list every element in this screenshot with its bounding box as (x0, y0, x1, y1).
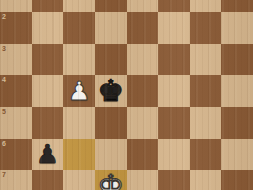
square-e4[interactable]: ♚ (95, 75, 127, 107)
square-d6[interactable] (127, 139, 159, 171)
square-e7[interactable]: ♚ (95, 170, 127, 190)
square-h3[interactable]: 3 (0, 44, 32, 76)
square-c5[interactable] (158, 107, 190, 139)
square-e1[interactable] (95, 0, 127, 12)
square-e2[interactable] (95, 12, 127, 44)
black-king[interactable]: ♚ (97, 76, 124, 106)
square-g7[interactable] (32, 170, 64, 190)
square-d7[interactable] (127, 170, 159, 190)
square-f5[interactable] (63, 107, 95, 139)
square-h4[interactable]: 4 (0, 75, 32, 107)
square-c1[interactable] (158, 0, 190, 12)
square-f2[interactable] (63, 12, 95, 44)
square-h2[interactable]: 2 (0, 12, 32, 44)
square-h5[interactable]: 5 (0, 107, 32, 139)
square-g3[interactable] (32, 44, 64, 76)
square-e6[interactable] (95, 139, 127, 171)
square-g5[interactable] (32, 107, 64, 139)
square-c4[interactable] (158, 75, 190, 107)
square-b4[interactable] (190, 75, 222, 107)
square-b5[interactable] (190, 107, 222, 139)
square-f6[interactable] (63, 139, 95, 171)
square-c6[interactable] (158, 139, 190, 171)
rank-label-4: 4 (2, 76, 6, 83)
square-d1[interactable] (127, 0, 159, 12)
square-f1[interactable] (63, 0, 95, 12)
square-d3[interactable] (127, 44, 159, 76)
square-b6[interactable] (190, 139, 222, 171)
square-e5[interactable] (95, 107, 127, 139)
square-f4[interactable]: ♟ (63, 75, 95, 107)
board-viewport: 234♟♚56♟7♚ (0, 0, 253, 190)
square-a5[interactable] (221, 107, 253, 139)
rank-label-3: 3 (2, 45, 6, 52)
square-d5[interactable] (127, 107, 159, 139)
square-g2[interactable] (32, 12, 64, 44)
square-b2[interactable] (190, 12, 222, 44)
square-c3[interactable] (158, 44, 190, 76)
square-b1[interactable] (190, 0, 222, 12)
square-a4[interactable] (221, 75, 253, 107)
square-a6[interactable] (221, 139, 253, 171)
square-f7[interactable] (63, 170, 95, 190)
square-a7[interactable] (221, 170, 253, 190)
square-h6[interactable]: 6 (0, 139, 32, 171)
rank-label-2: 2 (2, 13, 6, 20)
rank-label-6: 6 (2, 140, 6, 147)
square-d4[interactable] (127, 75, 159, 107)
square-f3[interactable] (63, 44, 95, 76)
square-h1[interactable] (0, 0, 32, 12)
square-g6[interactable]: ♟ (32, 139, 64, 171)
white-king[interactable]: ♚ (97, 170, 124, 190)
rank-label-5: 5 (2, 108, 6, 115)
square-g1[interactable] (32, 0, 64, 12)
square-g4[interactable] (32, 75, 64, 107)
square-a1[interactable] (221, 0, 253, 12)
square-e3[interactable] (95, 44, 127, 76)
square-b3[interactable] (190, 44, 222, 76)
square-a3[interactable] (221, 44, 253, 76)
black-pawn[interactable]: ♟ (36, 141, 59, 167)
square-c7[interactable] (158, 170, 190, 190)
square-a2[interactable] (221, 12, 253, 44)
white-pawn[interactable]: ♟ (67, 78, 90, 104)
square-b7[interactable] (190, 170, 222, 190)
square-c2[interactable] (158, 12, 190, 44)
square-d2[interactable] (127, 12, 159, 44)
square-h7[interactable]: 7 (0, 170, 32, 190)
chess-board: 234♟♚56♟7♚ (0, 0, 253, 190)
rank-label-7: 7 (2, 171, 6, 178)
